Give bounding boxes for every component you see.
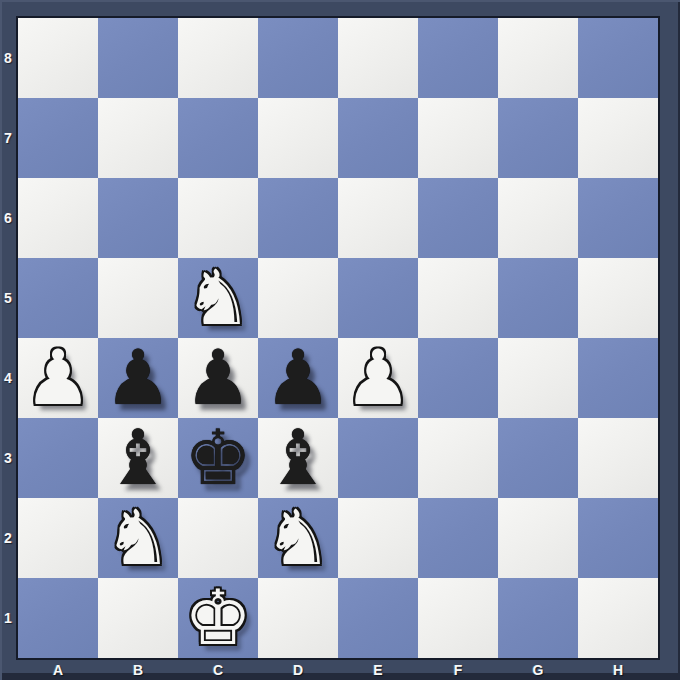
- square-c7[interactable]: [178, 98, 258, 178]
- file-label-g: G: [498, 660, 578, 679]
- square-g6[interactable]: [498, 178, 578, 258]
- square-a6[interactable]: [18, 178, 98, 258]
- square-h4[interactable]: [578, 338, 658, 418]
- file-label-b: B: [98, 660, 178, 679]
- file-label-e: E: [338, 660, 418, 679]
- rank-label-3: 3: [0, 418, 16, 498]
- square-c8[interactable]: [178, 18, 258, 98]
- square-h3[interactable]: [578, 418, 658, 498]
- square-c5[interactable]: ♞: [178, 258, 258, 338]
- square-h2[interactable]: [578, 498, 658, 578]
- square-c2[interactable]: [178, 498, 258, 578]
- square-h7[interactable]: [578, 98, 658, 178]
- file-label-d: D: [258, 660, 338, 679]
- file-label-h: H: [578, 660, 658, 679]
- square-a1[interactable]: [18, 578, 98, 658]
- rank-labels: 87654321: [0, 18, 16, 658]
- square-g8[interactable]: [498, 18, 578, 98]
- square-f7[interactable]: [418, 98, 498, 178]
- square-d8[interactable]: [258, 18, 338, 98]
- black-pawn-c4[interactable]: ♟: [184, 338, 252, 418]
- square-h1[interactable]: [578, 578, 658, 658]
- rank-label-5: 5: [0, 258, 16, 338]
- square-g5[interactable]: [498, 258, 578, 338]
- square-e2[interactable]: [338, 498, 418, 578]
- square-g7[interactable]: [498, 98, 578, 178]
- rank-label-7: 7: [0, 98, 16, 178]
- white-pawn-a4[interactable]: ♟: [24, 338, 92, 418]
- black-pawn-d4[interactable]: ♟: [264, 338, 332, 418]
- square-b1[interactable]: [98, 578, 178, 658]
- square-g3[interactable]: [498, 418, 578, 498]
- white-king-c1[interactable]: ♚: [184, 578, 252, 658]
- white-pawn-e4[interactable]: ♟: [344, 338, 412, 418]
- square-d3[interactable]: ♝: [258, 418, 338, 498]
- square-d4[interactable]: ♟: [258, 338, 338, 418]
- square-g1[interactable]: [498, 578, 578, 658]
- rank-label-1: 1: [0, 578, 16, 658]
- square-a8[interactable]: [18, 18, 98, 98]
- file-label-a: A: [18, 660, 98, 679]
- white-knight-c5[interactable]: ♞: [184, 258, 252, 338]
- square-d7[interactable]: [258, 98, 338, 178]
- square-b2[interactable]: ♞: [98, 498, 178, 578]
- square-e4[interactable]: ♟: [338, 338, 418, 418]
- white-knight-b2[interactable]: ♞: [104, 498, 172, 578]
- square-g2[interactable]: [498, 498, 578, 578]
- square-b3[interactable]: ♝: [98, 418, 178, 498]
- chess-board-frame: 87654321 ♞♟♟♟♟♟♝♚♝♞♞♚ ABCDEFGH: [0, 0, 680, 680]
- square-f1[interactable]: [418, 578, 498, 658]
- square-c6[interactable]: [178, 178, 258, 258]
- black-pawn-b4[interactable]: ♟: [104, 338, 172, 418]
- square-f2[interactable]: [418, 498, 498, 578]
- chess-board: ♞♟♟♟♟♟♝♚♝♞♞♚: [16, 16, 660, 660]
- square-c1[interactable]: ♚: [178, 578, 258, 658]
- square-a7[interactable]: [18, 98, 98, 178]
- square-e3[interactable]: [338, 418, 418, 498]
- white-knight-d2[interactable]: ♞: [264, 498, 332, 578]
- square-b5[interactable]: [98, 258, 178, 338]
- square-b8[interactable]: [98, 18, 178, 98]
- square-b6[interactable]: [98, 178, 178, 258]
- square-a4[interactable]: ♟: [18, 338, 98, 418]
- square-f5[interactable]: [418, 258, 498, 338]
- square-c4[interactable]: ♟: [178, 338, 258, 418]
- square-e7[interactable]: [338, 98, 418, 178]
- square-b7[interactable]: [98, 98, 178, 178]
- black-bishop-b3[interactable]: ♝: [104, 418, 172, 498]
- square-a5[interactable]: [18, 258, 98, 338]
- square-e6[interactable]: [338, 178, 418, 258]
- square-e8[interactable]: [338, 18, 418, 98]
- rank-label-4: 4: [0, 338, 16, 418]
- square-e1[interactable]: [338, 578, 418, 658]
- square-g4[interactable]: [498, 338, 578, 418]
- square-f8[interactable]: [418, 18, 498, 98]
- file-label-f: F: [418, 660, 498, 679]
- square-c3[interactable]: ♚: [178, 418, 258, 498]
- square-e5[interactable]: [338, 258, 418, 338]
- square-a3[interactable]: [18, 418, 98, 498]
- square-h6[interactable]: [578, 178, 658, 258]
- square-d2[interactable]: ♞: [258, 498, 338, 578]
- square-f4[interactable]: [418, 338, 498, 418]
- square-h5[interactable]: [578, 258, 658, 338]
- square-d5[interactable]: [258, 258, 338, 338]
- file-labels: ABCDEFGH: [18, 660, 658, 679]
- square-a2[interactable]: [18, 498, 98, 578]
- rank-label-6: 6: [0, 178, 16, 258]
- rank-label-8: 8: [0, 18, 16, 98]
- square-d6[interactable]: [258, 178, 338, 258]
- black-king-c3[interactable]: ♚: [184, 418, 252, 498]
- square-h8[interactable]: [578, 18, 658, 98]
- black-bishop-d3[interactable]: ♝: [264, 418, 332, 498]
- rank-label-2: 2: [0, 498, 16, 578]
- square-d1[interactable]: [258, 578, 338, 658]
- file-label-c: C: [178, 660, 258, 679]
- square-b4[interactable]: ♟: [98, 338, 178, 418]
- square-f6[interactable]: [418, 178, 498, 258]
- square-f3[interactable]: [418, 418, 498, 498]
